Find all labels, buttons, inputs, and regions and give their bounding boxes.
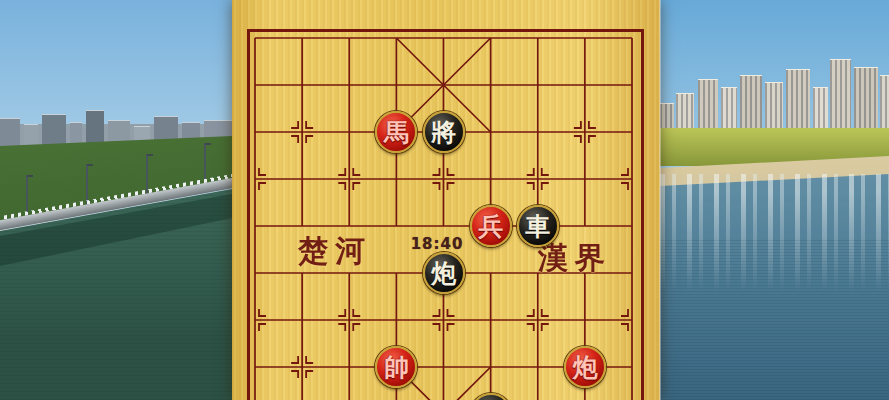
piece-glyph: 炮	[431, 261, 456, 286]
building	[0, 118, 20, 150]
background-photo-left	[0, 0, 232, 400]
tower	[786, 69, 810, 137]
residential-towers	[660, 0, 889, 137]
red-soldier[interactable]: 兵	[470, 205, 512, 247]
piece-glyph: 馬	[384, 120, 409, 145]
xiangqi-game-screenshot: 楚河 漢界 18:40 馬將兵車炮帥炮	[0, 0, 889, 400]
black-general[interactable]: 將	[423, 111, 465, 153]
unidentified-black-piece-partial[interactable]	[470, 393, 512, 400]
piece-glyph: 帥	[384, 355, 409, 380]
red-cannon[interactable]: 炮	[564, 346, 606, 388]
red-horse[interactable]: 馬	[375, 111, 417, 153]
black-cannon[interactable]: 炮	[423, 252, 465, 294]
tower	[854, 67, 878, 137]
black-chariot[interactable]: 車	[517, 205, 559, 247]
red-general[interactable]: 帥	[375, 346, 417, 388]
piece-glyph: 車	[525, 214, 550, 239]
water-ripples	[660, 240, 889, 400]
tower	[830, 59, 851, 137]
piece-glyph: 炮	[572, 355, 597, 380]
piece-grid: 馬將兵車炮帥炮	[232, 15, 656, 400]
xiangqi-board-panel: 楚河 漢界 18:40 馬將兵車炮帥炮	[232, 0, 660, 400]
piece-glyph: 將	[431, 120, 456, 145]
piece-glyph: 兵	[478, 214, 503, 239]
background-photo-right	[660, 0, 889, 400]
